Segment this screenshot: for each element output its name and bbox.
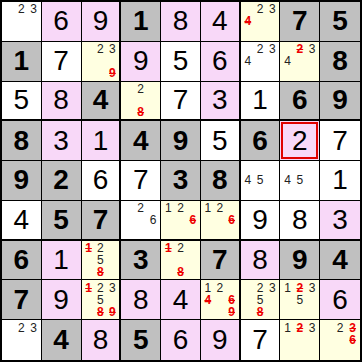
cell-r9c5[interactable]: 6: [161, 320, 201, 360]
candidate-empty: [254, 28, 266, 40]
candidate-empty: [281, 187, 293, 199]
candidate-empty: [122, 202, 134, 214]
solved-digit: 4: [212, 7, 228, 35]
solved-digit: 7: [252, 326, 268, 354]
candidate-empty: [147, 106, 159, 118]
candidate-8-eliminated: 8: [94, 266, 106, 278]
given-digit: 6: [14, 246, 30, 274]
given-digit: 6: [292, 86, 308, 114]
cell-r4c1[interactable]: 8: [2, 121, 42, 161]
candidate-empty: [147, 83, 159, 95]
solved-digit: 8: [292, 206, 308, 234]
candidate-empty: [281, 346, 293, 359]
candidate-4-eliminated: 4: [202, 294, 214, 306]
solved-digit: 9: [53, 286, 69, 314]
candidate-empty: [94, 67, 106, 79]
solved-digit: 2: [292, 127, 308, 155]
cell-r3c7[interactable]: 1: [241, 82, 281, 122]
cell-r1c5[interactable]: 8: [161, 2, 201, 42]
cell-r7c7[interactable]: 8: [241, 241, 281, 281]
candidate-empty: [306, 294, 318, 306]
sudoku-board: 2369184234751723995623423485842873169831…: [0, 0, 362, 362]
candidate-empty: [214, 214, 226, 226]
solved-digit: 7: [133, 166, 149, 194]
solved-digit: 8: [173, 7, 189, 35]
candidate-1-eliminated: 1: [83, 281, 95, 293]
given-digit: 8: [14, 127, 30, 155]
given-digit: 6: [252, 127, 268, 155]
cell-r6c3[interactable]: 7: [82, 201, 122, 241]
cell-r6c8[interactable]: 8: [280, 201, 320, 241]
candidate-empty: [242, 28, 254, 40]
solved-digit: 5: [173, 47, 189, 75]
candidate-3: 3: [306, 321, 318, 334]
candidate-2: 2: [254, 281, 266, 293]
candidate-empty: [254, 55, 266, 67]
candidate-empty: [122, 214, 134, 226]
candidate-grid: 234: [241, 2, 280, 41]
cell-r5c9[interactable]: 1: [320, 161, 360, 201]
cell-r7c4[interactable]: 3: [121, 241, 161, 281]
candidate-empty: [306, 67, 318, 79]
candidate-empty: [83, 294, 95, 306]
cell-r2c1[interactable]: 1: [2, 42, 42, 82]
candidate-3: 3: [266, 281, 278, 293]
candidate-2: 2: [214, 281, 226, 293]
candidate-empty: [306, 187, 318, 199]
candidate-grid: 126: [201, 201, 239, 239]
candidate-empty: [294, 306, 306, 318]
given-digit: 3: [173, 166, 189, 194]
candidate-empty: [306, 334, 318, 347]
candidate-grid: 126: [161, 201, 200, 239]
candidate-grid: 123589: [82, 280, 120, 319]
cell-r3c4[interactable]: 28: [121, 82, 161, 122]
cell-r9c2[interactable]: 4: [42, 320, 82, 360]
candidate-empty: [346, 346, 359, 359]
cell-r7c5[interactable]: 128: [161, 241, 201, 281]
cell-r7c6[interactable]: 7: [201, 241, 241, 281]
candidate-grid: 239: [82, 42, 120, 81]
cell-r2c4[interactable]: 9: [121, 42, 161, 82]
candidate-empty: [3, 15, 15, 27]
solved-digit: 6: [53, 7, 69, 35]
candidate-empty: [254, 187, 266, 199]
candidate-empty: [162, 226, 174, 238]
candidate-grid: 23: [2, 2, 41, 41]
candidate-grid: 236: [320, 320, 360, 360]
cell-r3c1[interactable]: 5: [2, 82, 42, 122]
cell-r3c9[interactable]: 9: [320, 82, 360, 122]
given-digit: 7: [14, 286, 30, 314]
candidate-empty: [281, 306, 293, 318]
candidate-empty: [266, 187, 278, 199]
candidate-empty: [266, 174, 278, 186]
cell-r5c3[interactable]: 6: [82, 161, 122, 201]
candidate-6-eliminated: 6: [187, 214, 199, 226]
candidate-empty: [28, 15, 40, 27]
cell-r1c8[interactable]: 7: [280, 2, 320, 42]
candidate-empty: [242, 67, 254, 79]
given-digit: 4: [133, 127, 149, 155]
cell-r8c1[interactable]: 7: [2, 280, 42, 320]
candidate-empty: [242, 281, 254, 293]
candidate-empty: [162, 214, 174, 226]
candidate-2: 2: [15, 3, 27, 15]
given-digit: 8: [332, 47, 348, 75]
cell-r8c3[interactable]: 123589: [82, 280, 122, 320]
candidate-6: 6: [147, 214, 159, 226]
given-digit: 5: [332, 7, 348, 35]
cell-r6c2[interactable]: 5: [42, 201, 82, 241]
candidate-empty: [147, 95, 159, 107]
cell-r2c9[interactable]: 8: [320, 42, 360, 82]
solved-digit: 9: [212, 326, 228, 354]
candidate-grid: 45: [280, 161, 319, 200]
candidate-empty: [187, 242, 199, 254]
given-digit: 1: [14, 47, 30, 75]
candidate-empty: [242, 294, 254, 306]
solved-digit: 1: [53, 246, 69, 274]
candidate-empty: [294, 55, 306, 67]
candidate-empty: [242, 306, 254, 318]
candidate-empty: [334, 346, 347, 359]
candidate-9-eliminated: 9: [226, 306, 238, 318]
solved-digit: 8: [53, 86, 69, 114]
candidate-empty: [266, 28, 278, 40]
cell-r3c2[interactable]: 8: [42, 82, 82, 122]
solved-digit: 8: [252, 246, 268, 274]
cell-r1c7[interactable]: 234: [241, 2, 281, 42]
candidate-empty: [174, 226, 186, 238]
cell-r6c1[interactable]: 4: [2, 201, 42, 241]
candidate-empty: [83, 55, 95, 67]
given-digit: 5: [133, 326, 149, 354]
solved-digit: 8: [133, 286, 149, 314]
cell-r1c6[interactable]: 4: [201, 2, 241, 42]
candidate-3: 3: [106, 43, 118, 55]
solved-digit: 9: [133, 47, 149, 75]
candidate-1: 1: [281, 321, 293, 334]
candidate-grid: 234: [241, 42, 280, 81]
candidate-empty: [226, 281, 238, 293]
candidate-empty: [15, 346, 27, 359]
candidate-empty: [83, 254, 95, 266]
given-digit: 1: [133, 7, 149, 35]
candidate-2: 2: [254, 3, 266, 15]
cell-r1c4[interactable]: 1: [121, 2, 161, 42]
cell-r6c4[interactable]: 26: [121, 201, 161, 241]
candidate-empty: [106, 242, 118, 254]
candidate-3: 3: [266, 43, 278, 55]
candidate-grid: 28: [121, 82, 160, 120]
cell-r8c2[interactable]: 9: [42, 280, 82, 320]
cell-r4c3[interactable]: 1: [82, 121, 122, 161]
candidate-2-eliminated: 2: [294, 321, 306, 334]
candidate-2-eliminated: 2: [294, 281, 306, 293]
cell-r2c3[interactable]: 239: [82, 42, 122, 82]
candidate-empty: [321, 346, 334, 359]
candidate-8-eliminated: 8: [94, 306, 106, 318]
cell-r5c6[interactable]: 8: [201, 161, 241, 201]
candidate-empty: [122, 226, 134, 238]
solved-digit: 4: [173, 286, 189, 314]
given-digit: 4: [53, 326, 69, 354]
candidate-2: 2: [15, 321, 27, 334]
cell-r5c5[interactable]: 3: [161, 161, 201, 201]
candidate-grid: 2358: [241, 280, 280, 319]
candidate-empty: [135, 214, 147, 226]
cell-r1c1[interactable]: 23: [2, 2, 42, 42]
cell-r5c7[interactable]: 45: [241, 161, 281, 201]
candidate-empty: [187, 266, 199, 278]
candidate-empty: [135, 226, 147, 238]
solved-digit: 1: [252, 86, 268, 114]
solved-digit: 8: [93, 326, 109, 354]
cell-r8c8[interactable]: 1235: [280, 280, 320, 320]
candidate-empty: [83, 306, 95, 318]
candidate-empty: [254, 15, 266, 27]
candidate-3: 3: [28, 321, 40, 334]
candidate-empty: [15, 28, 27, 40]
solved-digit: 9: [93, 7, 109, 35]
cell-r6c9[interactable]: 3: [320, 201, 360, 241]
candidate-empty: [214, 294, 226, 306]
candidate-empty: [294, 346, 306, 359]
cell-r9c3[interactable]: 8: [82, 320, 122, 360]
candidate-1-eliminated: 1: [83, 242, 95, 254]
given-digit: 4: [332, 246, 348, 274]
candidate-1: 1: [162, 202, 174, 214]
cell-r9c6[interactable]: 9: [201, 320, 241, 360]
given-digit: 2: [53, 166, 69, 194]
given-digit: 9: [332, 86, 348, 114]
cell-r3c5[interactable]: 7: [161, 82, 201, 122]
candidate-empty: [266, 55, 278, 67]
candidate-empty: [174, 214, 186, 226]
candidate-empty: [306, 174, 318, 186]
cell-r5c8[interactable]: 45: [280, 161, 320, 201]
solved-digit: 5: [14, 86, 30, 114]
cell-r7c8[interactable]: 9: [280, 241, 320, 281]
cell-r8c4[interactable]: 8: [121, 280, 161, 320]
cell-r4c9[interactable]: 7: [320, 121, 360, 161]
candidate-empty: [214, 226, 226, 238]
candidate-empty: [214, 306, 226, 318]
solved-digit: 1: [332, 166, 348, 194]
candidate-9-eliminated: 9: [106, 67, 118, 79]
candidate-empty: [281, 294, 293, 306]
candidate-empty: [281, 67, 293, 79]
cell-r7c9[interactable]: 4: [320, 241, 360, 281]
cell-r5c1[interactable]: 9: [2, 161, 42, 201]
cell-r9c9[interactable]: 236: [320, 320, 360, 360]
candidate-empty: [3, 3, 15, 15]
candidate-8-eliminated: 8: [254, 306, 266, 318]
candidate-empty: [83, 266, 95, 278]
candidate-empty: [226, 226, 238, 238]
cell-r8c7[interactable]: 2358: [241, 280, 281, 320]
candidate-2: 2: [135, 83, 147, 95]
cell-r3c6[interactable]: 3: [201, 82, 241, 122]
candidate-grid: 12469: [201, 280, 239, 319]
solved-digit: 6: [332, 286, 348, 314]
cell-r6c6[interactable]: 126: [201, 201, 241, 241]
candidate-empty: [3, 346, 15, 359]
candidate-6-eliminated: 6: [346, 334, 359, 347]
cell-r2c7[interactable]: 234: [241, 42, 281, 82]
candidate-2: 2: [94, 281, 106, 293]
solved-digit: 3: [53, 127, 69, 155]
candidate-empty: [266, 15, 278, 27]
cell-r4c8[interactable]: 2: [280, 121, 320, 161]
cell-r9c7[interactable]: 7: [241, 320, 281, 360]
candidate-5: 5: [294, 294, 306, 306]
given-digit: 9: [292, 246, 308, 274]
candidate-empty: [266, 294, 278, 306]
candidate-1-eliminated: 1: [162, 242, 174, 254]
cell-r3c3[interactable]: 4: [82, 82, 122, 122]
candidate-2: 2: [254, 43, 266, 55]
candidate-empty: [266, 67, 278, 79]
cell-r4c4[interactable]: 4: [121, 121, 161, 161]
solved-digit: 9: [252, 206, 268, 234]
cell-r8c9[interactable]: 6: [320, 280, 360, 320]
given-digit: 9: [14, 166, 30, 194]
candidate-empty: [202, 226, 214, 238]
candidate-empty: [202, 214, 214, 226]
candidate-empty: [202, 306, 214, 318]
candidate-empty: [306, 55, 318, 67]
candidate-2: 2: [214, 202, 226, 214]
candidate-3-eliminated: 3: [346, 321, 359, 334]
candidate-empty: [28, 334, 40, 347]
candidate-3: 3: [266, 3, 278, 15]
cell-r7c3[interactable]: 1258: [82, 241, 122, 281]
candidate-1: 1: [202, 281, 214, 293]
cell-r4c2[interactable]: 3: [42, 121, 82, 161]
candidate-5: 5: [254, 174, 266, 186]
given-digit: 8: [212, 166, 228, 194]
solved-digit: 7: [332, 127, 348, 155]
candidate-4: 4: [242, 55, 254, 67]
candidate-empty: [254, 67, 266, 79]
candidate-1: 1: [281, 281, 293, 293]
cell-r6c5[interactable]: 126: [161, 201, 201, 241]
candidate-grid: 45: [241, 161, 280, 200]
cell-r6c7[interactable]: 9: [241, 201, 281, 241]
candidate-empty: [294, 187, 306, 199]
candidate-empty: [306, 162, 318, 174]
cell-r2c2[interactable]: 7: [42, 42, 82, 82]
candidate-2-eliminated: 2: [294, 43, 306, 55]
candidate-empty: [122, 95, 134, 107]
candidate-8-eliminated: 8: [135, 106, 147, 118]
candidate-3: 3: [28, 3, 40, 15]
candidate-grid: 234: [280, 42, 319, 81]
cell-r2c8[interactable]: 234: [280, 42, 320, 82]
candidate-6-eliminated: 6: [226, 214, 238, 226]
candidate-2: 2: [174, 202, 186, 214]
candidate-4-eliminated: 4: [242, 15, 254, 27]
cell-r5c2[interactable]: 2: [42, 161, 82, 201]
candidate-empty: [28, 28, 40, 40]
candidate-grid: 26: [121, 201, 160, 239]
candidate-empty: [306, 306, 318, 318]
candidate-empty: [15, 334, 27, 347]
given-digit: 5: [53, 206, 69, 234]
candidate-empty: [106, 254, 118, 266]
solved-digit: 6: [93, 166, 109, 194]
candidate-empty: [94, 55, 106, 67]
cell-r8c6[interactable]: 12469: [201, 280, 241, 320]
cell-r5c4[interactable]: 7: [121, 161, 161, 201]
candidate-empty: [106, 266, 118, 278]
given-digit: 9: [173, 127, 189, 155]
given-digit: 7: [212, 246, 228, 274]
candidate-2: 2: [135, 202, 147, 214]
cell-r1c2[interactable]: 6: [42, 2, 82, 42]
cell-r9c1[interactable]: 23: [2, 320, 42, 360]
candidate-empty: [28, 346, 40, 359]
candidate-empty: [321, 334, 334, 347]
cell-r4c7[interactable]: 6: [241, 121, 281, 161]
candidate-empty: [3, 28, 15, 40]
candidate-empty: [162, 266, 174, 278]
candidate-2: 2: [334, 321, 347, 334]
candidate-empty: [266, 162, 278, 174]
solved-digit: 6: [212, 47, 228, 75]
given-digit: 7: [292, 7, 308, 35]
candidate-empty: [321, 321, 334, 334]
cell-r3c8[interactable]: 6: [280, 82, 320, 122]
candidate-3: 3: [306, 43, 318, 55]
cell-r7c1[interactable]: 6: [2, 241, 42, 281]
candidate-empty: [15, 15, 27, 27]
cell-r9c8[interactable]: 123: [280, 320, 320, 360]
candidate-empty: [187, 254, 199, 266]
candidate-grid: 123: [280, 320, 319, 360]
cell-r1c3[interactable]: 9: [82, 2, 122, 42]
candidate-4: 4: [281, 174, 293, 186]
solved-digit: 7: [53, 47, 69, 75]
candidate-empty: [334, 334, 347, 347]
cell-r9c4[interactable]: 5: [121, 320, 161, 360]
candidate-empty: [122, 83, 134, 95]
candidate-empty: [242, 187, 254, 199]
cell-r4c5[interactable]: 9: [161, 121, 201, 161]
candidate-empty: [83, 43, 95, 55]
given-digit: 3: [133, 246, 149, 274]
cell-r8c5[interactable]: 4: [161, 280, 201, 320]
cell-r2c6[interactable]: 6: [201, 42, 241, 82]
candidate-4: 4: [242, 174, 254, 186]
solved-digit: 6: [173, 326, 189, 354]
cell-r4c6[interactable]: 5: [201, 121, 241, 161]
candidate-grid: 23: [2, 320, 41, 360]
given-digit: 7: [93, 206, 109, 234]
candidate-1: 1: [202, 202, 214, 214]
solved-digit: 3: [212, 86, 228, 114]
cell-r1c9[interactable]: 5: [320, 2, 360, 42]
cell-r2c5[interactable]: 5: [161, 42, 201, 82]
candidate-empty: [83, 67, 95, 79]
candidate-3: 3: [306, 281, 318, 293]
candidate-empty: [266, 306, 278, 318]
cell-r7c2[interactable]: 1: [42, 241, 82, 281]
candidate-2: 2: [94, 43, 106, 55]
solved-digit: 3: [332, 206, 348, 234]
